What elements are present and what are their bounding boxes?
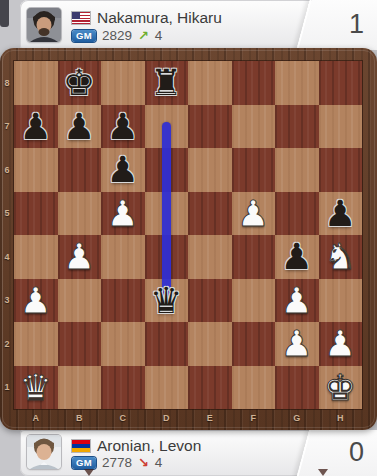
square-a1[interactable]: ♛ [14, 366, 58, 410]
us-flag-icon [72, 12, 90, 24]
piece-black-pawn[interactable]: ♟ [275, 235, 319, 279]
square-e3[interactable] [188, 279, 232, 323]
square-e2[interactable] [188, 322, 232, 366]
square-e8[interactable] [188, 61, 232, 105]
square-f6[interactable] [232, 148, 276, 192]
rank-label-4: 4 [0, 252, 14, 262]
square-b5[interactable] [58, 192, 102, 236]
file-label-e: E [188, 412, 232, 424]
square-b8[interactable]: ♚ [58, 61, 102, 105]
square-g5[interactable] [275, 192, 319, 236]
square-f7[interactable] [232, 105, 276, 149]
player-rating: 2829 [102, 28, 132, 43]
square-a7[interactable]: ♟ [14, 105, 58, 149]
piece-white-queen[interactable]: ♛ [14, 366, 58, 410]
piece-white-pawn[interactable]: ♟ [232, 192, 276, 236]
piece-black-queen[interactable]: ♛ [145, 279, 189, 323]
player-score: 0 [349, 437, 364, 468]
square-e6[interactable] [188, 148, 232, 192]
rank-label-5: 5 [0, 208, 14, 218]
square-d3[interactable]: ♛ [145, 279, 189, 323]
square-h2[interactable]: ♟ [319, 322, 363, 366]
file-label-f: F [232, 412, 276, 424]
square-c4[interactable] [101, 235, 145, 279]
square-c2[interactable] [101, 322, 145, 366]
armenia-flag-icon [72, 440, 90, 452]
square-d2[interactable] [145, 322, 189, 366]
square-e5[interactable] [188, 192, 232, 236]
rank-label-6: 6 [0, 165, 14, 175]
square-a8[interactable] [14, 61, 58, 105]
avatar-image [27, 435, 61, 469]
square-f4[interactable] [232, 235, 276, 279]
rank-label-2: 2 [0, 339, 14, 349]
piece-white-pawn[interactable]: ♟ [319, 322, 363, 366]
file-label-c: C [101, 412, 145, 424]
player-name: Aronian, Levon [97, 437, 201, 455]
square-g2[interactable]: ♟ [275, 322, 319, 366]
player-avatar [27, 435, 61, 469]
piece-black-rook[interactable]: ♜ [145, 61, 189, 105]
left-edge-strip [0, 0, 9, 27]
square-a2[interactable] [14, 322, 58, 366]
player-name: Nakamura, Hikaru [97, 9, 222, 27]
piece-black-pawn[interactable]: ♟ [101, 148, 145, 192]
piece-black-pawn[interactable]: ♟ [101, 105, 145, 149]
rank-label-3: 3 [0, 295, 14, 305]
square-a4[interactable] [14, 235, 58, 279]
piece-black-pawn[interactable]: ♟ [58, 105, 102, 149]
square-g6[interactable] [275, 148, 319, 192]
piece-white-pawn[interactable]: ♟ [58, 235, 102, 279]
square-c1[interactable] [101, 366, 145, 410]
rank-label-1: 1 [0, 382, 14, 392]
square-e1[interactable] [188, 366, 232, 410]
square-g1[interactable] [275, 366, 319, 410]
square-h8[interactable] [319, 61, 363, 105]
square-b2[interactable] [58, 322, 102, 366]
file-label-a: A [14, 412, 58, 424]
square-h7[interactable] [319, 105, 363, 149]
player-avatar [27, 8, 61, 42]
piece-white-knight[interactable]: ♞ [319, 235, 363, 279]
square-h3[interactable] [319, 279, 363, 323]
square-g4[interactable]: ♟ [275, 235, 319, 279]
square-h4[interactable]: ♞ [319, 235, 363, 279]
piece-black-king[interactable]: ♚ [58, 61, 102, 105]
square-c8[interactable] [101, 61, 145, 105]
square-f2[interactable] [232, 322, 276, 366]
board-squares: ♚♜♟♟♟♟♟♟♟♟♟♞♟♛♟♟♟♛♚ [14, 61, 362, 409]
rating-down-arrow-icon: ↘ [138, 455, 149, 470]
square-f8[interactable] [232, 61, 276, 105]
rating-up-arrow-icon: ↗ [138, 28, 149, 43]
square-h6[interactable] [319, 148, 363, 192]
player-rating: 2778 [102, 455, 132, 470]
file-label-h: H [319, 412, 363, 424]
rank-label-7: 7 [0, 121, 14, 131]
square-b7[interactable]: ♟ [58, 105, 102, 149]
gm-title-badge: GM [72, 457, 96, 469]
square-b6[interactable] [58, 148, 102, 192]
score-wedge [296, 0, 377, 50]
chess-board: ♚♜♟♟♟♟♟♟♟♟♟♞♟♛♟♟♟♛♚ 87654321ABCDEFGH [0, 48, 377, 430]
square-a3[interactable]: ♟ [14, 279, 58, 323]
file-label-b: B [58, 412, 102, 424]
square-c3[interactable] [101, 279, 145, 323]
rank-label-8: 8 [0, 78, 14, 88]
gm-title-badge: GM [72, 30, 96, 42]
square-c5[interactable]: ♟ [101, 192, 145, 236]
square-c7[interactable]: ♟ [101, 105, 145, 149]
square-e4[interactable] [188, 235, 232, 279]
square-g8[interactable] [275, 61, 319, 105]
avatar-image [27, 8, 61, 42]
square-g3[interactable]: ♟ [275, 279, 319, 323]
square-f3[interactable] [232, 279, 276, 323]
score-wedge [296, 430, 377, 476]
square-h1[interactable]: ♚ [319, 366, 363, 410]
square-a5[interactable] [14, 192, 58, 236]
rating-change: 4 [155, 455, 163, 470]
piece-white-pawn[interactable]: ♟ [101, 192, 145, 236]
square-b3[interactable] [58, 279, 102, 323]
square-f1[interactable] [232, 366, 276, 410]
piece-white-pawn[interactable]: ♟ [14, 279, 58, 323]
square-d1[interactable] [145, 366, 189, 410]
player-score: 1 [349, 9, 364, 40]
square-f5[interactable]: ♟ [232, 192, 276, 236]
square-b4[interactable]: ♟ [58, 235, 102, 279]
piece-black-pawn[interactable]: ♟ [14, 105, 58, 149]
file-label-d: D [145, 412, 189, 424]
square-a6[interactable] [14, 148, 58, 192]
move-arrow-d7-d3 [162, 122, 171, 305]
square-d8[interactable]: ♜ [145, 61, 189, 105]
file-label-g: G [275, 412, 319, 424]
square-e7[interactable] [188, 105, 232, 149]
square-g7[interactable] [275, 105, 319, 149]
square-h5[interactable]: ♟ [319, 192, 363, 236]
square-c6[interactable]: ♟ [101, 148, 145, 192]
piece-white-pawn[interactable]: ♟ [275, 322, 319, 366]
square-b1[interactable] [58, 366, 102, 410]
rating-change: 4 [155, 28, 163, 43]
piece-black-pawn[interactable]: ♟ [319, 192, 363, 236]
player-card-top: Nakamura, Hikaru GM 2829 ↗ 4 1 [20, 0, 377, 50]
piece-white-king[interactable]: ♚ [319, 366, 363, 410]
piece-white-pawn[interactable]: ♟ [275, 279, 319, 323]
